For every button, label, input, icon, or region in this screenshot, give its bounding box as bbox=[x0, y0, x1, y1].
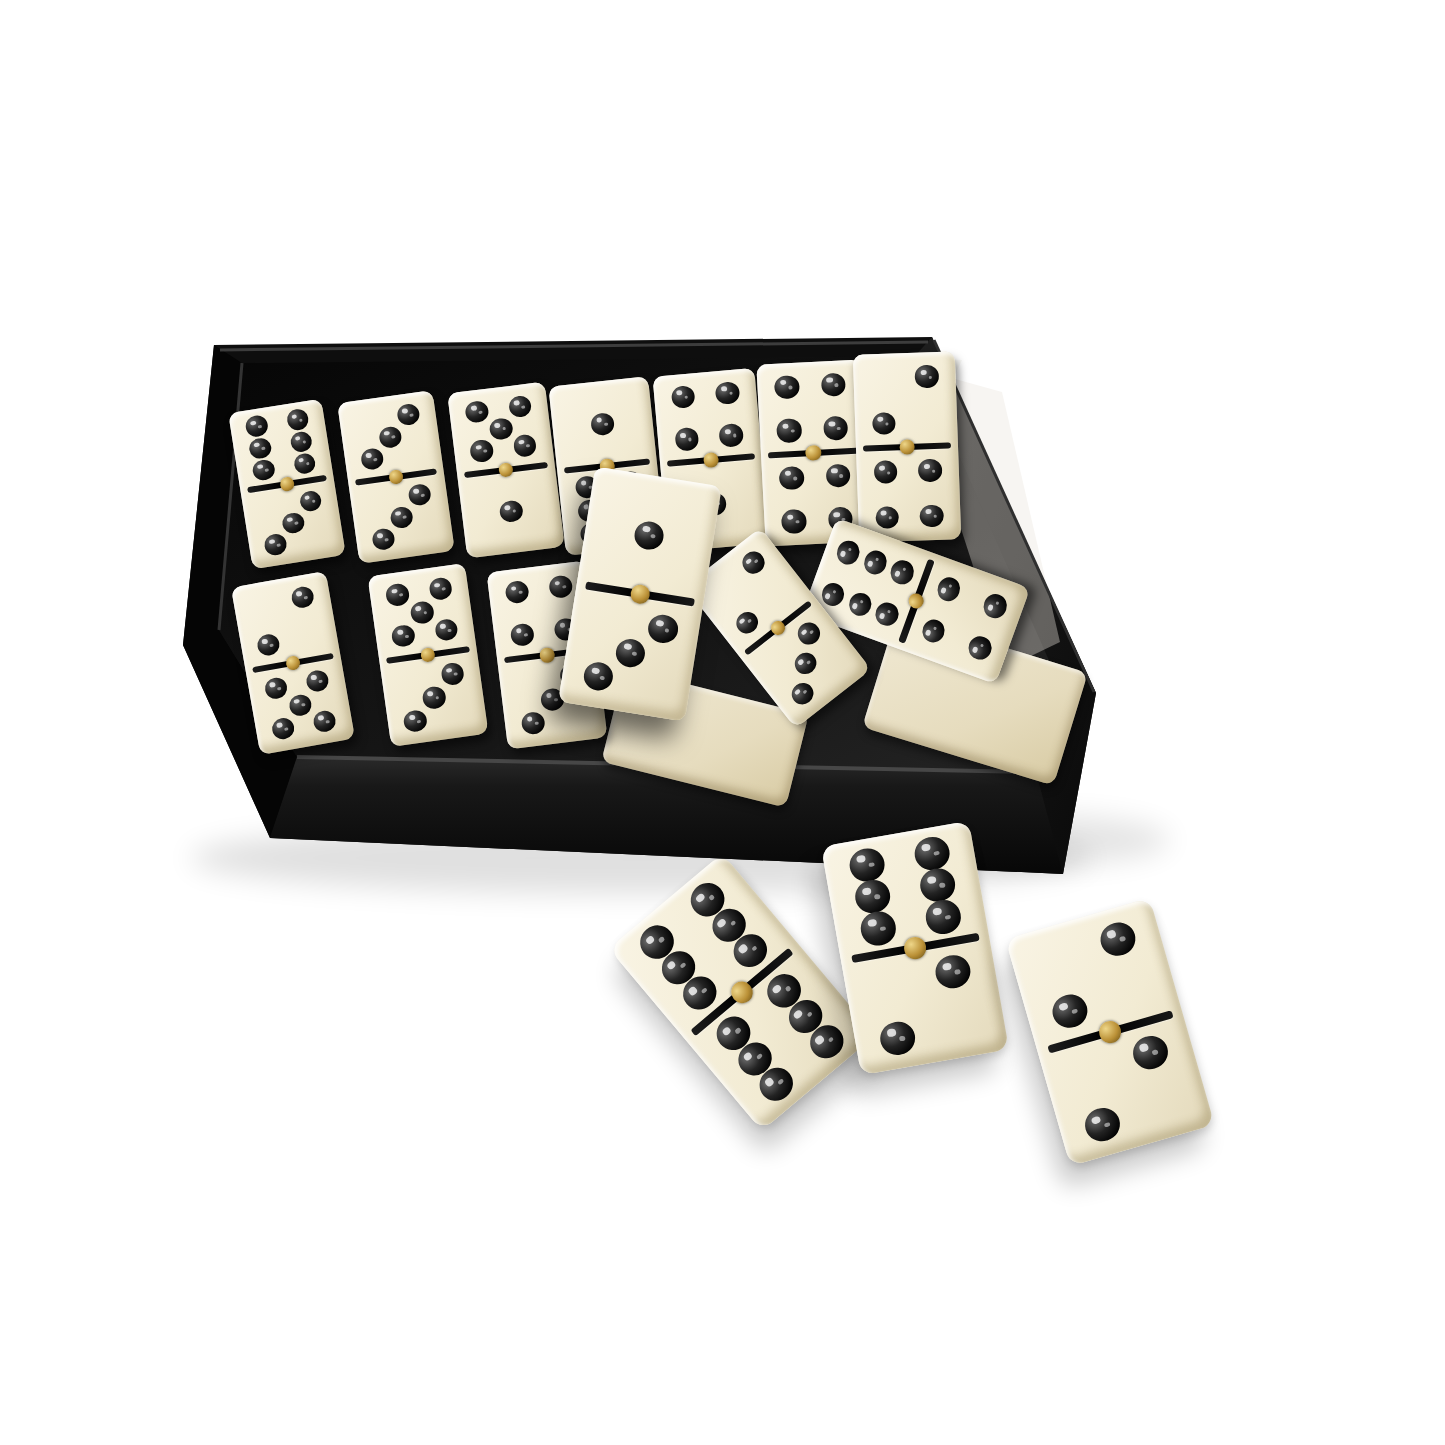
pip-highlight bbox=[395, 511, 401, 516]
pip-highlight bbox=[899, 1036, 905, 1042]
pip-highlight bbox=[733, 434, 737, 437]
pip-highlight bbox=[939, 883, 945, 889]
pip bbox=[919, 616, 948, 646]
brass-spinner-pin bbox=[899, 440, 914, 455]
pip bbox=[934, 574, 963, 604]
pip-highlight bbox=[928, 376, 932, 379]
pip-highlight bbox=[687, 985, 698, 996]
pip-highlight bbox=[250, 420, 256, 425]
pip-highlight bbox=[790, 429, 794, 432]
pip bbox=[779, 466, 804, 490]
pip-highlight bbox=[319, 679, 323, 683]
pip bbox=[263, 533, 288, 557]
pip bbox=[312, 709, 337, 734]
pip-highlight bbox=[926, 509, 932, 514]
pip-highlight bbox=[856, 855, 866, 864]
pip bbox=[465, 400, 490, 424]
pip bbox=[512, 434, 537, 458]
pip-highlight bbox=[392, 435, 396, 438]
pip-highlight bbox=[701, 987, 708, 994]
pip-highlight bbox=[277, 543, 281, 546]
pip-highlight bbox=[921, 370, 927, 375]
pip-highlight bbox=[794, 688, 801, 695]
pip bbox=[245, 414, 270, 438]
pip bbox=[252, 458, 277, 482]
pip-highlight bbox=[294, 699, 300, 705]
pip-highlight bbox=[475, 445, 481, 450]
pip-highlight bbox=[510, 586, 517, 592]
pip bbox=[409, 600, 434, 625]
pip-highlight bbox=[924, 464, 930, 469]
tile-half-top bbox=[653, 368, 762, 465]
pip bbox=[548, 575, 574, 600]
pip-highlight bbox=[688, 438, 692, 441]
pip bbox=[674, 427, 699, 451]
pip-highlight bbox=[927, 875, 937, 884]
pip-highlight bbox=[1091, 1115, 1102, 1124]
pip-highlight bbox=[658, 936, 665, 943]
pip-highlight bbox=[373, 458, 377, 461]
pip bbox=[378, 425, 403, 449]
pip-highlight bbox=[785, 471, 792, 476]
pip-highlight bbox=[262, 447, 266, 450]
pip-highlight bbox=[980, 643, 984, 648]
pip bbox=[774, 375, 799, 399]
pip-highlight bbox=[887, 471, 891, 474]
pip-highlight bbox=[880, 926, 886, 932]
pip-highlight bbox=[423, 611, 427, 614]
pip-highlight bbox=[478, 410, 482, 413]
pip-highlight bbox=[735, 1027, 742, 1034]
pip-highlight bbox=[516, 628, 523, 634]
pip-highlight bbox=[483, 450, 487, 453]
pip-highlight bbox=[298, 457, 304, 462]
dominoes-product-photo bbox=[0, 0, 1445, 1445]
pip-highlight bbox=[933, 626, 937, 631]
pip bbox=[1049, 991, 1091, 1032]
pip-highlight bbox=[801, 628, 808, 635]
pip-highlight bbox=[656, 619, 665, 626]
pip-highlight bbox=[326, 720, 330, 724]
pip-highlight bbox=[803, 690, 808, 695]
pip-highlight bbox=[879, 465, 885, 470]
pip-highlight bbox=[832, 589, 836, 594]
pip bbox=[1097, 918, 1139, 959]
pip-highlight bbox=[446, 668, 452, 674]
domino-5-1 bbox=[447, 382, 564, 559]
pip-highlight bbox=[851, 602, 858, 609]
pip-highlight bbox=[546, 693, 553, 699]
pip-highlight bbox=[311, 675, 317, 681]
pip bbox=[248, 436, 273, 460]
pip-highlight bbox=[795, 520, 799, 523]
pip-highlight bbox=[410, 413, 414, 416]
pip-highlight bbox=[494, 422, 500, 427]
pip bbox=[872, 412, 896, 435]
pip bbox=[787, 678, 817, 708]
pip-highlight bbox=[1106, 929, 1117, 938]
pip-highlight bbox=[287, 517, 293, 522]
pip-highlight bbox=[257, 464, 263, 469]
pip-highlight bbox=[284, 727, 288, 731]
pip bbox=[858, 909, 898, 948]
pip-highlight bbox=[932, 470, 936, 473]
pip-highlight bbox=[747, 619, 752, 624]
pip-highlight bbox=[784, 985, 791, 992]
pip-highlight bbox=[276, 722, 282, 728]
pip bbox=[965, 633, 994, 663]
pip bbox=[918, 866, 958, 905]
pip-highlight bbox=[806, 660, 811, 665]
pip bbox=[847, 845, 887, 884]
pip bbox=[646, 613, 679, 646]
pip-highlight bbox=[534, 722, 538, 726]
pip-highlight bbox=[787, 514, 794, 519]
pip bbox=[818, 580, 847, 610]
pip bbox=[794, 618, 824, 648]
pip bbox=[298, 489, 323, 513]
pip-highlight bbox=[729, 920, 736, 927]
pip-highlight bbox=[580, 480, 586, 485]
pip-highlight bbox=[254, 442, 260, 447]
pip-highlight bbox=[972, 646, 979, 653]
pip-highlight bbox=[834, 383, 838, 386]
pip-highlight bbox=[442, 587, 446, 590]
pip-highlight bbox=[524, 633, 528, 637]
pip-highlight bbox=[869, 862, 875, 868]
pip bbox=[732, 607, 762, 637]
pip-highlight bbox=[377, 533, 383, 538]
pip bbox=[440, 662, 465, 687]
pip-highlight bbox=[513, 400, 519, 405]
pip-highlight bbox=[782, 424, 789, 429]
pip-highlight bbox=[1071, 1008, 1078, 1014]
pip-highlight bbox=[708, 894, 715, 901]
pip-highlight bbox=[402, 408, 408, 413]
pip-highlight bbox=[632, 652, 637, 657]
pip bbox=[285, 408, 310, 432]
pip-highlight bbox=[756, 1053, 763, 1060]
pip-highlight bbox=[739, 618, 746, 625]
pip-highlight bbox=[526, 716, 533, 722]
pip-highlight bbox=[879, 612, 886, 619]
pip-highlight bbox=[447, 628, 451, 631]
pip bbox=[504, 580, 530, 605]
pip-highlight bbox=[771, 984, 782, 995]
pip-highlight bbox=[742, 1051, 753, 1062]
pip-highlight bbox=[559, 623, 566, 629]
pip-highlight bbox=[754, 559, 759, 564]
pip-highlight bbox=[792, 1009, 803, 1020]
pip-highlight bbox=[562, 585, 566, 589]
pip-highlight bbox=[318, 715, 324, 721]
pip-highlight bbox=[860, 599, 864, 604]
pip bbox=[912, 834, 952, 873]
pip bbox=[888, 557, 917, 587]
pip-highlight bbox=[521, 405, 525, 408]
pip bbox=[305, 669, 330, 694]
pip-highlight bbox=[839, 474, 843, 477]
pip-highlight bbox=[887, 609, 891, 614]
pip-highlight bbox=[596, 417, 602, 422]
pip-highlight bbox=[417, 719, 421, 722]
pip-highlight bbox=[921, 843, 931, 852]
pip-highlight bbox=[933, 515, 937, 518]
pip bbox=[825, 463, 850, 487]
pip-highlight bbox=[945, 914, 951, 920]
pip-highlight bbox=[840, 550, 847, 557]
pip-highlight bbox=[940, 587, 947, 594]
pip-highlight bbox=[925, 629, 932, 636]
pip-highlight bbox=[306, 462, 310, 465]
pip-highlight bbox=[676, 390, 683, 395]
pip-highlight bbox=[828, 421, 835, 426]
pip bbox=[263, 676, 288, 701]
pip-highlight bbox=[294, 521, 298, 524]
pip-highlight bbox=[725, 429, 732, 434]
domino-2-4 bbox=[853, 351, 961, 542]
pip-highlight bbox=[888, 516, 892, 519]
pip-highlight bbox=[504, 505, 510, 510]
pip-highlight bbox=[502, 427, 506, 430]
pip-highlight bbox=[623, 643, 632, 650]
pip-highlight bbox=[258, 425, 262, 428]
pip-highlight bbox=[836, 427, 840, 430]
pip-highlight bbox=[471, 405, 477, 410]
pip-highlight bbox=[721, 1025, 732, 1036]
pip-highlight bbox=[680, 432, 687, 437]
pip-highlight bbox=[600, 676, 605, 681]
pip-highlight bbox=[554, 580, 561, 586]
pip-highlight bbox=[745, 558, 752, 565]
pip-highlight bbox=[827, 1036, 834, 1043]
pip bbox=[391, 624, 416, 649]
pip-highlight bbox=[399, 593, 403, 596]
pip-highlight bbox=[885, 422, 889, 425]
pip bbox=[633, 519, 666, 552]
pip bbox=[1081, 1104, 1123, 1145]
pip-highlight bbox=[902, 567, 906, 572]
pip bbox=[289, 430, 314, 454]
pip bbox=[853, 877, 893, 916]
pip-highlight bbox=[435, 696, 439, 699]
pip-highlight bbox=[440, 623, 446, 629]
pip-highlight bbox=[1119, 936, 1126, 942]
pip-highlight bbox=[312, 499, 316, 502]
pip-highlight bbox=[277, 687, 281, 691]
pip-highlight bbox=[826, 378, 833, 383]
pip-highlight bbox=[810, 630, 815, 635]
pip-highlight bbox=[1152, 1049, 1159, 1055]
pip bbox=[281, 511, 306, 535]
pip bbox=[875, 506, 899, 529]
pip-highlight bbox=[591, 667, 600, 674]
pip bbox=[488, 417, 513, 441]
pip-highlight bbox=[948, 584, 952, 589]
pip bbox=[270, 716, 295, 741]
pip bbox=[790, 648, 820, 678]
pip-highlight bbox=[302, 440, 306, 443]
pip-highlight bbox=[385, 538, 389, 541]
pip bbox=[396, 403, 421, 427]
pip bbox=[288, 693, 313, 718]
pip-highlight bbox=[391, 589, 397, 595]
pip-highlight bbox=[269, 539, 275, 544]
pip bbox=[510, 622, 536, 647]
pip-highlight bbox=[413, 489, 419, 494]
tile-half-top bbox=[548, 376, 656, 471]
pip-highlight bbox=[680, 962, 687, 969]
pip-highlight bbox=[833, 512, 840, 517]
pip bbox=[878, 1019, 918, 1058]
tile-half-top bbox=[756, 359, 866, 455]
pip bbox=[582, 660, 615, 693]
pip-highlight bbox=[403, 516, 407, 519]
pip-highlight bbox=[867, 919, 877, 928]
pip bbox=[834, 538, 863, 568]
pip-highlight bbox=[512, 510, 516, 513]
pip bbox=[403, 709, 428, 734]
pip-highlight bbox=[554, 698, 558, 702]
pip-highlight bbox=[788, 386, 792, 389]
pip-highlight bbox=[894, 570, 901, 577]
pip-highlight bbox=[295, 436, 301, 441]
pip bbox=[520, 711, 546, 736]
pip-highlight bbox=[518, 591, 522, 595]
pip-highlight bbox=[269, 682, 275, 688]
pip-highlight bbox=[651, 534, 656, 539]
pip bbox=[981, 591, 1010, 621]
pip-highlight bbox=[942, 962, 952, 971]
pip-highlight bbox=[814, 1035, 825, 1046]
pip-highlight bbox=[874, 894, 880, 900]
pip-highlight bbox=[777, 1078, 784, 1085]
pip bbox=[918, 459, 942, 482]
pip-highlight bbox=[304, 495, 310, 500]
pip bbox=[407, 483, 432, 507]
pip-highlight bbox=[405, 634, 409, 637]
pip bbox=[590, 412, 615, 436]
pip-highlight bbox=[642, 526, 651, 533]
pip-highlight bbox=[694, 892, 705, 903]
pip bbox=[933, 953, 973, 992]
pip-highlight bbox=[737, 944, 748, 955]
pip-highlight bbox=[1139, 1043, 1150, 1052]
pip bbox=[822, 416, 847, 440]
pip-highlight bbox=[644, 934, 655, 945]
pip bbox=[1129, 1032, 1171, 1073]
pip bbox=[776, 418, 801, 442]
pip-highlight bbox=[270, 643, 274, 647]
pip bbox=[507, 394, 532, 418]
pip-highlight bbox=[729, 392, 733, 395]
pip bbox=[290, 585, 315, 610]
pip-highlight bbox=[764, 1077, 775, 1088]
pip bbox=[469, 439, 494, 463]
pip-highlight bbox=[751, 945, 758, 952]
pip bbox=[861, 547, 890, 577]
pip-highlight bbox=[409, 715, 415, 721]
tile-half-top bbox=[853, 351, 958, 449]
pip-highlight bbox=[806, 1011, 813, 1018]
brass-spinner-pin bbox=[539, 647, 555, 663]
pip-highlight bbox=[299, 418, 303, 421]
pip-highlight bbox=[604, 422, 608, 425]
pip bbox=[614, 637, 647, 670]
pip bbox=[670, 385, 695, 409]
pip-highlight bbox=[848, 547, 852, 552]
pip bbox=[872, 599, 901, 629]
tile-half-bottom bbox=[379, 648, 488, 747]
pip-highlight bbox=[526, 444, 530, 447]
pip bbox=[360, 447, 385, 471]
pip-highlight bbox=[932, 907, 942, 916]
pip-highlight bbox=[995, 601, 999, 606]
pip-highlight bbox=[296, 591, 302, 597]
pip-highlight bbox=[716, 918, 727, 929]
pip-highlight bbox=[384, 431, 390, 436]
pip-highlight bbox=[684, 396, 688, 399]
pip-highlight bbox=[434, 583, 440, 589]
pip-highlight bbox=[797, 658, 804, 665]
pip-highlight bbox=[304, 596, 308, 600]
pip-highlight bbox=[664, 628, 669, 633]
pip-highlight bbox=[987, 604, 994, 611]
pip bbox=[499, 499, 524, 523]
pip-highlight bbox=[1058, 1002, 1069, 1011]
pip bbox=[428, 577, 453, 602]
tile-half-top bbox=[447, 382, 554, 476]
pip bbox=[371, 527, 396, 551]
pip-highlight bbox=[666, 960, 677, 971]
pip bbox=[738, 547, 768, 577]
pip-highlight bbox=[831, 468, 838, 473]
pip-highlight bbox=[862, 887, 872, 896]
pip-highlight bbox=[302, 703, 306, 707]
pip bbox=[923, 898, 963, 937]
pip-highlight bbox=[721, 386, 728, 391]
pip-highlight bbox=[421, 493, 425, 496]
pip-highlight bbox=[877, 417, 883, 422]
pip bbox=[873, 461, 897, 484]
pip-highlight bbox=[291, 414, 297, 419]
pip bbox=[715, 381, 740, 405]
pip-highlight bbox=[955, 969, 961, 975]
pip bbox=[915, 365, 939, 388]
pip-highlight bbox=[824, 592, 831, 599]
pip bbox=[256, 633, 281, 658]
pip-highlight bbox=[793, 477, 797, 480]
pip bbox=[292, 452, 317, 476]
pip bbox=[421, 685, 446, 710]
pip-highlight bbox=[366, 453, 372, 458]
pip-highlight bbox=[454, 673, 458, 676]
pip-highlight bbox=[415, 606, 421, 612]
pip bbox=[781, 509, 806, 533]
pip-highlight bbox=[265, 468, 269, 471]
pip-highlight bbox=[1104, 1122, 1111, 1128]
tile-half-bottom bbox=[856, 445, 961, 543]
pip bbox=[389, 505, 414, 529]
pip bbox=[845, 590, 874, 620]
pip bbox=[385, 583, 410, 608]
pip-highlight bbox=[397, 629, 403, 635]
tile-half-bottom bbox=[457, 464, 564, 558]
pip-highlight bbox=[780, 380, 787, 385]
pip-highlight bbox=[427, 691, 433, 697]
pip-highlight bbox=[262, 639, 268, 645]
pip-highlight bbox=[887, 1028, 897, 1037]
